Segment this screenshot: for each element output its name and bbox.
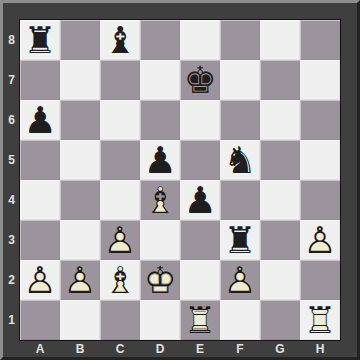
rank-label-8: 8	[3, 20, 20, 60]
chess-board-frame: 87654321 ABCDEFGH ♜♝♚♟♟♞♝♗♟♟♙♜♟♙♟♙♟♙♝♗♚♔…	[0, 0, 360, 360]
square-b8[interactable]	[60, 20, 100, 60]
rank-label-3: 3	[3, 220, 20, 260]
black-pawn[interactable]: ♟	[180, 180, 220, 220]
square-g7[interactable]	[260, 60, 300, 100]
square-f1[interactable]	[220, 300, 260, 340]
square-h3[interactable]: ♟♙	[300, 220, 340, 260]
square-d8[interactable]	[140, 20, 180, 60]
square-b2[interactable]: ♟♙	[60, 260, 100, 300]
square-e4[interactable]: ♟	[180, 180, 220, 220]
black-rook[interactable]: ♜	[20, 20, 60, 60]
file-label-e: E	[180, 340, 220, 357]
square-f4[interactable]	[220, 180, 260, 220]
square-e8[interactable]	[180, 20, 220, 60]
square-h6[interactable]	[300, 100, 340, 140]
square-g5[interactable]	[260, 140, 300, 180]
black-bishop[interactable]: ♝	[100, 20, 140, 60]
white-king[interactable]: ♚♔	[140, 260, 180, 300]
white-pawn[interactable]: ♟♙	[20, 260, 60, 300]
square-g1[interactable]	[260, 300, 300, 340]
square-f6[interactable]	[220, 100, 260, 140]
rank-label-4: 4	[3, 180, 20, 220]
square-e5[interactable]	[180, 140, 220, 180]
square-e6[interactable]	[180, 100, 220, 140]
black-rook[interactable]: ♜	[220, 220, 260, 260]
square-h2[interactable]	[300, 260, 340, 300]
rank-label-2: 2	[3, 260, 20, 300]
square-c2[interactable]: ♝♗	[100, 260, 140, 300]
rank-label-1: 1	[3, 300, 20, 340]
file-label-f: F	[220, 340, 260, 357]
square-d5[interactable]: ♟	[140, 140, 180, 180]
square-a5[interactable]	[20, 140, 60, 180]
square-a1[interactable]	[20, 300, 60, 340]
square-b1[interactable]	[60, 300, 100, 340]
square-g3[interactable]	[260, 220, 300, 260]
square-b7[interactable]	[60, 60, 100, 100]
black-knight[interactable]: ♞	[220, 140, 260, 180]
file-label-g: G	[260, 340, 300, 357]
square-e3[interactable]	[180, 220, 220, 260]
rank-label-5: 5	[3, 140, 20, 180]
square-b6[interactable]	[60, 100, 100, 140]
white-pawn[interactable]: ♟♙	[300, 220, 340, 260]
square-a4[interactable]	[20, 180, 60, 220]
white-bishop[interactable]: ♝♗	[140, 180, 180, 220]
file-labels: ABCDEFGH	[20, 340, 340, 357]
square-h5[interactable]	[300, 140, 340, 180]
square-g2[interactable]	[260, 260, 300, 300]
square-a6[interactable]: ♟	[20, 100, 60, 140]
square-e7[interactable]: ♚	[180, 60, 220, 100]
square-a2[interactable]: ♟♙	[20, 260, 60, 300]
square-d7[interactable]	[140, 60, 180, 100]
white-bishop[interactable]: ♝♗	[100, 260, 140, 300]
square-h7[interactable]	[300, 60, 340, 100]
square-d1[interactable]	[140, 300, 180, 340]
square-h1[interactable]: ♜♖	[300, 300, 340, 340]
square-h8[interactable]	[300, 20, 340, 60]
file-label-b: B	[60, 340, 100, 357]
file-label-d: D	[140, 340, 180, 357]
square-c8[interactable]: ♝	[100, 20, 140, 60]
white-pawn[interactable]: ♟♙	[100, 220, 140, 260]
square-g4[interactable]	[260, 180, 300, 220]
rank-labels: 87654321	[3, 20, 20, 340]
black-king[interactable]: ♚	[180, 60, 220, 100]
square-c5[interactable]	[100, 140, 140, 180]
square-c4[interactable]	[100, 180, 140, 220]
white-pawn[interactable]: ♟♙	[60, 260, 100, 300]
square-e1[interactable]: ♜♖	[180, 300, 220, 340]
rank-label-6: 6	[3, 100, 20, 140]
file-label-c: C	[100, 340, 140, 357]
white-rook[interactable]: ♜♖	[180, 300, 220, 340]
square-b3[interactable]	[60, 220, 100, 260]
square-h4[interactable]	[300, 180, 340, 220]
square-a8[interactable]: ♜	[20, 20, 60, 60]
black-pawn[interactable]: ♟	[20, 100, 60, 140]
black-pawn[interactable]: ♟	[140, 140, 180, 180]
square-g8[interactable]	[260, 20, 300, 60]
square-f8[interactable]	[220, 20, 260, 60]
square-g6[interactable]	[260, 100, 300, 140]
square-d4[interactable]: ♝♗	[140, 180, 180, 220]
white-rook[interactable]: ♜♖	[300, 300, 340, 340]
rank-label-7: 7	[3, 60, 20, 100]
square-e2[interactable]	[180, 260, 220, 300]
square-d3[interactable]	[140, 220, 180, 260]
square-c7[interactable]	[100, 60, 140, 100]
square-c3[interactable]: ♟♙	[100, 220, 140, 260]
square-d6[interactable]	[140, 100, 180, 140]
square-f2[interactable]: ♟♙	[220, 260, 260, 300]
square-b5[interactable]	[60, 140, 100, 180]
square-a7[interactable]	[20, 60, 60, 100]
square-f5[interactable]: ♞	[220, 140, 260, 180]
file-label-h: H	[300, 340, 340, 357]
square-c6[interactable]	[100, 100, 140, 140]
file-label-a: A	[20, 340, 60, 357]
square-f3[interactable]: ♜	[220, 220, 260, 260]
square-d2[interactable]: ♚♔	[140, 260, 180, 300]
board: ♜♝♚♟♟♞♝♗♟♟♙♜♟♙♟♙♟♙♝♗♚♔♟♙♜♖♜♖	[20, 20, 340, 340]
square-a3[interactable]	[20, 220, 60, 260]
square-f7[interactable]	[220, 60, 260, 100]
square-c1[interactable]	[100, 300, 140, 340]
white-pawn[interactable]: ♟♙	[220, 260, 260, 300]
square-b4[interactable]	[60, 180, 100, 220]
